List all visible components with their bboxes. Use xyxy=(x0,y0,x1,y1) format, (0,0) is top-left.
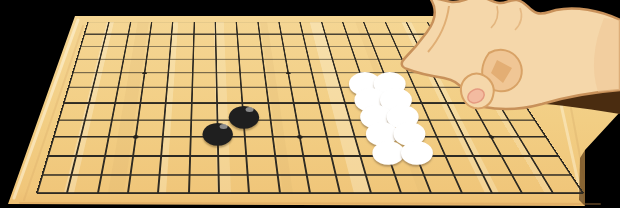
screenshot-root: ●●●●●●●●●●●● xyxy=(0,0,620,208)
pointing-hand-illustration xyxy=(0,0,620,208)
